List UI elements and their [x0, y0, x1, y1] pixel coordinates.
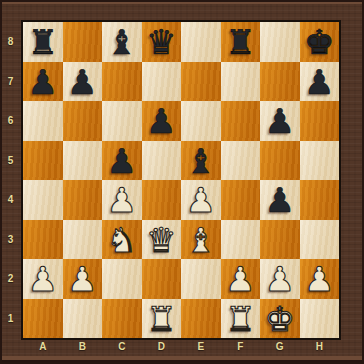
- piece-white-pawn[interactable]: ♟: [260, 259, 300, 299]
- file-label-c: C: [102, 339, 142, 355]
- rank-label-6: 6: [0, 101, 21, 141]
- square-g5[interactable]: [260, 141, 300, 181]
- square-f1[interactable]: ♜: [221, 299, 261, 339]
- square-d8[interactable]: ♛: [142, 22, 182, 62]
- piece-black-king[interactable]: ♚: [300, 22, 340, 62]
- rank-label-3: 3: [0, 220, 21, 260]
- square-e7[interactable]: [181, 62, 221, 102]
- square-c6[interactable]: [102, 101, 142, 141]
- square-a7[interactable]: ♟: [23, 62, 63, 102]
- square-c3[interactable]: ♞: [102, 220, 142, 260]
- rank-label-8: 8: [0, 22, 21, 62]
- square-h3[interactable]: [300, 220, 340, 260]
- square-f8[interactable]: ♜: [221, 22, 261, 62]
- piece-white-rook[interactable]: ♜: [142, 299, 182, 339]
- square-f5[interactable]: [221, 141, 261, 181]
- rank-label-5: 5: [0, 141, 21, 181]
- rank-label-1: 1: [0, 299, 21, 339]
- square-e2[interactable]: [181, 259, 221, 299]
- piece-black-pawn[interactable]: ♟: [102, 141, 142, 181]
- square-a3[interactable]: [23, 220, 63, 260]
- file-label-f: F: [221, 339, 261, 355]
- square-a5[interactable]: [23, 141, 63, 181]
- square-c5[interactable]: ♟: [102, 141, 142, 181]
- square-e8[interactable]: [181, 22, 221, 62]
- piece-white-bishop[interactable]: ♝: [181, 220, 221, 260]
- rank-label-4: 4: [0, 180, 21, 220]
- piece-black-pawn[interactable]: ♟: [23, 62, 63, 102]
- piece-white-rook[interactable]: ♜: [221, 299, 261, 339]
- square-c2[interactable]: [102, 259, 142, 299]
- square-d4[interactable]: [142, 180, 182, 220]
- file-label-b: B: [63, 339, 103, 355]
- square-f7[interactable]: [221, 62, 261, 102]
- square-e4[interactable]: ♟: [181, 180, 221, 220]
- square-g7[interactable]: [260, 62, 300, 102]
- piece-black-pawn[interactable]: ♟: [142, 101, 182, 141]
- square-h2[interactable]: ♟: [300, 259, 340, 299]
- piece-white-knight[interactable]: ♞: [102, 220, 142, 260]
- square-e1[interactable]: [181, 299, 221, 339]
- square-e5[interactable]: ♝: [181, 141, 221, 181]
- piece-white-pawn[interactable]: ♟: [221, 259, 261, 299]
- square-a6[interactable]: [23, 101, 63, 141]
- square-c7[interactable]: [102, 62, 142, 102]
- square-g2[interactable]: ♟: [260, 259, 300, 299]
- square-e3[interactable]: ♝: [181, 220, 221, 260]
- file-label-a: A: [23, 339, 63, 355]
- piece-white-pawn[interactable]: ♟: [181, 180, 221, 220]
- square-b7[interactable]: ♟: [63, 62, 103, 102]
- square-h8[interactable]: ♚: [300, 22, 340, 62]
- square-a8[interactable]: ♜: [23, 22, 63, 62]
- piece-black-rook[interactable]: ♜: [221, 22, 261, 62]
- piece-white-pawn[interactable]: ♟: [23, 259, 63, 299]
- square-h5[interactable]: [300, 141, 340, 181]
- square-g6[interactable]: ♟: [260, 101, 300, 141]
- square-b4[interactable]: [63, 180, 103, 220]
- square-h6[interactable]: [300, 101, 340, 141]
- square-g3[interactable]: [260, 220, 300, 260]
- piece-black-queen[interactable]: ♛: [142, 22, 182, 62]
- square-h4[interactable]: [300, 180, 340, 220]
- piece-black-bishop[interactable]: ♝: [102, 22, 142, 62]
- piece-white-pawn[interactable]: ♟: [102, 180, 142, 220]
- square-c1[interactable]: [102, 299, 142, 339]
- square-b3[interactable]: [63, 220, 103, 260]
- square-b2[interactable]: ♟: [63, 259, 103, 299]
- file-label-e: E: [181, 339, 221, 355]
- square-d1[interactable]: ♜: [142, 299, 182, 339]
- square-d6[interactable]: ♟: [142, 101, 182, 141]
- square-g1[interactable]: ♚: [260, 299, 300, 339]
- square-h1[interactable]: [300, 299, 340, 339]
- piece-black-pawn[interactable]: ♟: [260, 180, 300, 220]
- piece-white-pawn[interactable]: ♟: [300, 259, 340, 299]
- square-d2[interactable]: [142, 259, 182, 299]
- piece-black-rook[interactable]: ♜: [23, 22, 63, 62]
- square-e6[interactable]: [181, 101, 221, 141]
- piece-black-pawn[interactable]: ♟: [300, 62, 340, 102]
- square-f6[interactable]: [221, 101, 261, 141]
- square-c4[interactable]: ♟: [102, 180, 142, 220]
- square-b6[interactable]: [63, 101, 103, 141]
- chess-board-window: ♜♝♛♜♚♟♟♟♟♟♟♝♟♟♟♞♛♝♟♟♟♟♟♜♜♚ 87654321 ABCD…: [0, 0, 364, 364]
- chessboard: ♜♝♛♜♚♟♟♟♟♟♟♝♟♟♟♞♛♝♟♟♟♟♟♜♜♚: [21, 20, 341, 340]
- file-label-g: G: [260, 339, 300, 355]
- square-g8[interactable]: [260, 22, 300, 62]
- piece-white-pawn[interactable]: ♟: [63, 259, 103, 299]
- square-f3[interactable]: [221, 220, 261, 260]
- square-d7[interactable]: [142, 62, 182, 102]
- file-label-h: H: [300, 339, 340, 355]
- rank-label-7: 7: [0, 62, 21, 102]
- square-a1[interactable]: [23, 299, 63, 339]
- rank-label-2: 2: [0, 259, 21, 299]
- square-f2[interactable]: ♟: [221, 259, 261, 299]
- square-a2[interactable]: ♟: [23, 259, 63, 299]
- square-h7[interactable]: ♟: [300, 62, 340, 102]
- square-b5[interactable]: [63, 141, 103, 181]
- square-f4[interactable]: [221, 180, 261, 220]
- piece-black-bishop[interactable]: ♝: [181, 141, 221, 181]
- square-b1[interactable]: [63, 299, 103, 339]
- piece-black-pawn[interactable]: ♟: [260, 101, 300, 141]
- square-d5[interactable]: [142, 141, 182, 181]
- piece-white-queen[interactable]: ♛: [142, 220, 182, 260]
- square-g4[interactable]: ♟: [260, 180, 300, 220]
- square-b8[interactable]: [63, 22, 103, 62]
- square-a4[interactable]: [23, 180, 63, 220]
- piece-white-king[interactable]: ♚: [260, 299, 300, 339]
- square-d3[interactable]: ♛: [142, 220, 182, 260]
- square-c8[interactable]: ♝: [102, 22, 142, 62]
- piece-black-pawn[interactable]: ♟: [63, 62, 103, 102]
- file-label-d: D: [142, 339, 182, 355]
